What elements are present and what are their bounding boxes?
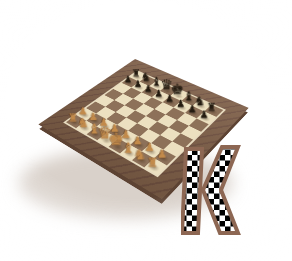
piece-black-pawn: ♟ xyxy=(188,110,220,120)
product-photo: ♜♞♝♛♚♝♞♜♟♟♟♟♟♟♟♟♟♟♟♟♟♟♟♟♜♞♝♛♚♝♞♜ xyxy=(0,0,292,261)
square-h7: ♟ xyxy=(197,111,216,124)
logo-left-bar xyxy=(182,149,202,233)
checkered-k-logo xyxy=(181,144,245,236)
logo-chevron xyxy=(203,147,238,233)
piece-white-rook: ♜ xyxy=(135,156,172,169)
